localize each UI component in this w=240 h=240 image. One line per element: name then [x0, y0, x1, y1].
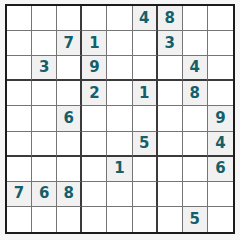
cell-r6c6[interactable]: 5 — [133, 132, 158, 157]
cell-r1c8[interactable] — [183, 6, 208, 31]
cell-r3c8[interactable]: 4 — [183, 56, 208, 81]
cell-r6c4[interactable] — [82, 132, 107, 157]
cell-r8c3[interactable]: 8 — [57, 182, 82, 207]
cell-r1c5[interactable] — [107, 6, 132, 31]
cell-r3c2[interactable]: 3 — [32, 56, 57, 81]
cell-r3c9[interactable] — [208, 56, 233, 81]
cell-r8c8[interactable] — [183, 182, 208, 207]
cell-r3c6[interactable] — [133, 56, 158, 81]
cell-r5c9[interactable]: 9 — [208, 106, 233, 131]
cell-r6c7[interactable] — [158, 132, 183, 157]
cell-r6c9[interactable]: 4 — [208, 132, 233, 157]
cell-r1c4[interactable] — [82, 6, 107, 31]
cell-r6c8[interactable] — [183, 132, 208, 157]
cell-r1c9[interactable] — [208, 6, 233, 31]
cell-r7c4[interactable] — [82, 157, 107, 182]
cell-r8c2[interactable]: 6 — [32, 182, 57, 207]
cell-r6c2[interactable] — [32, 132, 57, 157]
cell-r2c3[interactable]: 7 — [57, 31, 82, 56]
cell-r2c5[interactable] — [107, 31, 132, 56]
cell-r8c5[interactable] — [107, 182, 132, 207]
cell-r8c7[interactable] — [158, 182, 183, 207]
cell-r1c7[interactable]: 8 — [158, 6, 183, 31]
cell-r5c2[interactable] — [32, 106, 57, 131]
cell-r1c1[interactable] — [7, 6, 32, 31]
cell-r7c9[interactable]: 6 — [208, 157, 233, 182]
cell-r2c7[interactable]: 3 — [158, 31, 183, 56]
sudoku-board-frame: 487133942186954167685 — [5, 4, 235, 234]
cell-r4c4[interactable]: 2 — [82, 81, 107, 106]
cell-r9c9[interactable] — [208, 207, 233, 232]
cell-r1c6[interactable]: 4 — [133, 6, 158, 31]
cell-r4c7[interactable] — [158, 81, 183, 106]
cell-r2c2[interactable] — [32, 31, 57, 56]
cell-r4c8[interactable]: 8 — [183, 81, 208, 106]
cell-r6c3[interactable] — [57, 132, 82, 157]
cell-r5c6[interactable] — [133, 106, 158, 131]
cell-r7c8[interactable] — [183, 157, 208, 182]
cell-r2c9[interactable] — [208, 31, 233, 56]
cell-r5c1[interactable] — [7, 106, 32, 131]
cell-r9c7[interactable] — [158, 207, 183, 232]
cell-r1c2[interactable] — [32, 6, 57, 31]
cell-r2c6[interactable] — [133, 31, 158, 56]
cell-r4c1[interactable] — [7, 81, 32, 106]
cell-r5c4[interactable] — [82, 106, 107, 131]
cell-r7c1[interactable] — [7, 157, 32, 182]
cell-r2c4[interactable]: 1 — [82, 31, 107, 56]
cell-r7c7[interactable] — [158, 157, 183, 182]
cell-r9c1[interactable] — [7, 207, 32, 232]
cell-r7c5[interactable]: 1 — [107, 157, 132, 182]
cell-r7c3[interactable] — [57, 157, 82, 182]
cell-r8c9[interactable] — [208, 182, 233, 207]
cell-r5c5[interactable] — [107, 106, 132, 131]
cell-r3c5[interactable] — [107, 56, 132, 81]
cell-r7c6[interactable] — [133, 157, 158, 182]
cell-r3c3[interactable] — [57, 56, 82, 81]
cell-r5c3[interactable]: 6 — [57, 106, 82, 131]
cell-r8c1[interactable]: 7 — [7, 182, 32, 207]
sudoku-board: 487133942186954167685 — [7, 6, 233, 232]
cell-r5c7[interactable] — [158, 106, 183, 131]
cell-r7c2[interactable] — [32, 157, 57, 182]
cell-r8c4[interactable] — [82, 182, 107, 207]
cell-r6c5[interactable] — [107, 132, 132, 157]
cell-r3c1[interactable] — [7, 56, 32, 81]
cell-r2c8[interactable] — [183, 31, 208, 56]
cell-r3c4[interactable]: 9 — [82, 56, 107, 81]
cell-r2c1[interactable] — [7, 31, 32, 56]
cell-r8c6[interactable] — [133, 182, 158, 207]
cell-r9c3[interactable] — [57, 207, 82, 232]
cell-r9c2[interactable] — [32, 207, 57, 232]
cell-r9c6[interactable] — [133, 207, 158, 232]
cell-r6c1[interactable] — [7, 132, 32, 157]
cell-r3c7[interactable] — [158, 56, 183, 81]
cell-r4c5[interactable] — [107, 81, 132, 106]
cell-r4c3[interactable] — [57, 81, 82, 106]
cell-r4c2[interactable] — [32, 81, 57, 106]
cell-r4c9[interactable] — [208, 81, 233, 106]
cell-r5c8[interactable] — [183, 106, 208, 131]
cell-r9c5[interactable] — [107, 207, 132, 232]
cell-r9c4[interactable] — [82, 207, 107, 232]
cell-r1c3[interactable] — [57, 6, 82, 31]
cell-r4c6[interactable]: 1 — [133, 81, 158, 106]
cell-r9c8[interactable]: 5 — [183, 207, 208, 232]
